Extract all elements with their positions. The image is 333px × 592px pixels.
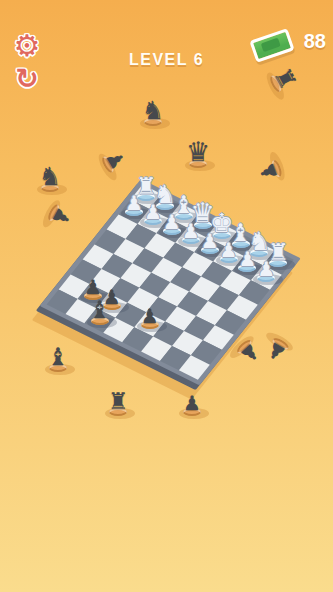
pawn-glyph: ♟ <box>136 306 164 326</box>
pawn-glyph: ♟ <box>252 259 280 279</box>
black-knight[interactable]: ♞ <box>139 98 167 123</box>
pawn-glyph: ♟ <box>178 393 206 413</box>
money-bill-detail <box>261 38 281 52</box>
knight-glyph: ♞ <box>139 98 167 123</box>
black-bishop[interactable]: ♝ <box>44 345 72 369</box>
restart-icon: ↻ <box>15 65 38 93</box>
knight-glyph: ♞ <box>36 164 64 189</box>
white-pawn: ♟ <box>252 259 280 279</box>
currency-amount: 88 <box>304 30 326 53</box>
game-screen: ⚙ ↻ LEVEL 6 88 ♜♞♝♛♚♝♞♜♟♟♟♟♟♟♟♟♟♟♝♟♜♞♛♟♞… <box>0 0 333 592</box>
black-pawn[interactable]: ♟ <box>178 393 206 413</box>
black-pawn-lying[interactable]: ♟ <box>100 143 131 177</box>
black-queen[interactable]: ♛ <box>184 138 212 165</box>
black-knight[interactable]: ♞ <box>36 164 64 189</box>
rook-glyph: ♜ <box>104 390 132 413</box>
bishop-glyph: ♝ <box>44 345 72 369</box>
black-pawn-lying[interactable]: ♟ <box>233 337 267 371</box>
black-bishop[interactable]: ♝ <box>86 298 114 322</box>
bishop-glyph: ♝ <box>86 298 114 322</box>
black-pawn-lying[interactable]: ♟ <box>254 155 282 188</box>
currency-counter: 88 <box>248 28 328 60</box>
queen-glyph: ♛ <box>184 138 212 165</box>
black-rook[interactable]: ♜ <box>104 390 132 413</box>
black-pawn-lying[interactable]: ♟ <box>46 200 77 234</box>
money-bill-icon <box>249 28 294 63</box>
black-pawn[interactable]: ♟ <box>136 306 164 326</box>
